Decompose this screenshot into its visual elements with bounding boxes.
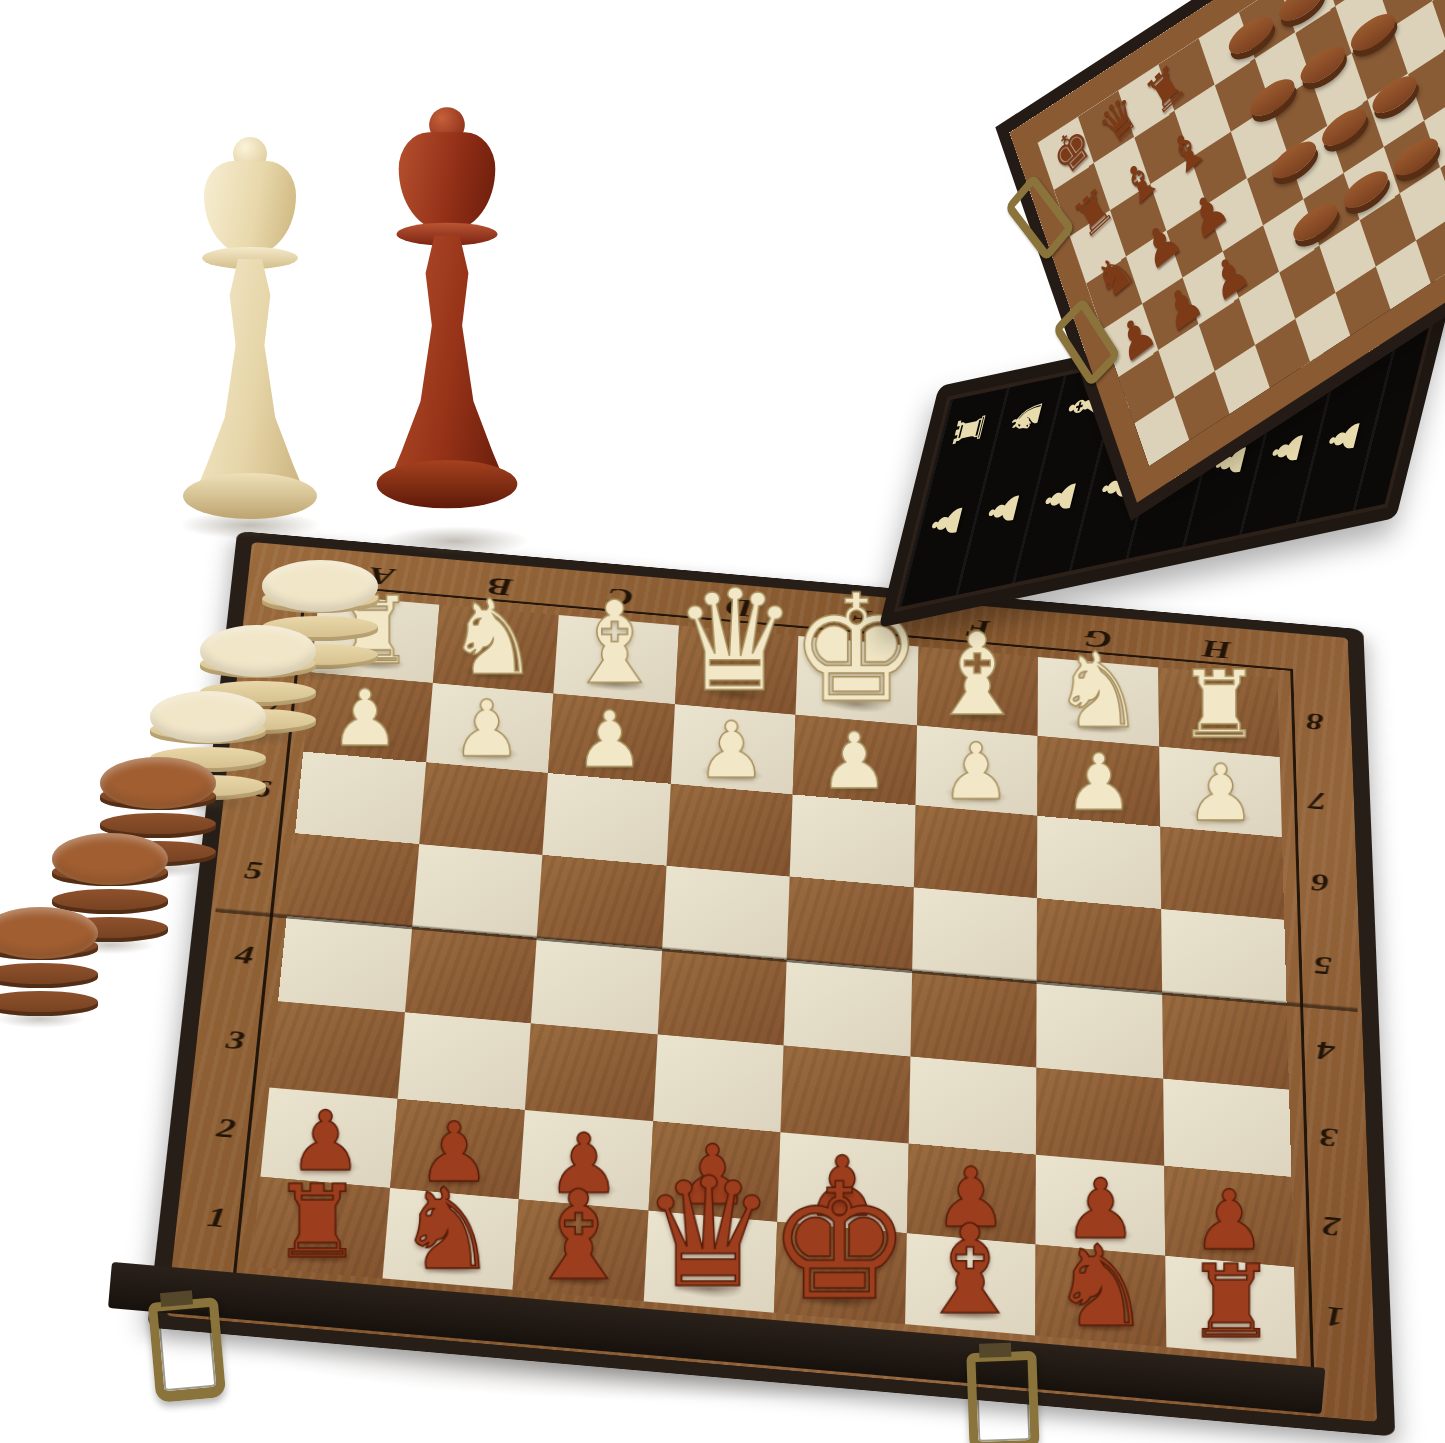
brown-queen-on-lid: ♛: [1092, 85, 1146, 154]
cream-pawn-in-box: ♟: [980, 488, 1026, 533]
white-pawn: ♟: [1064, 747, 1134, 819]
square-c6: [542, 773, 670, 865]
square-g8: ♞: [1038, 657, 1159, 746]
red-rook: ♜: [272, 1177, 363, 1270]
square-c3: [525, 1023, 657, 1121]
square-e6: [790, 794, 915, 887]
square-f4: [910, 971, 1037, 1068]
square-c1: ♝: [513, 1199, 648, 1301]
front-latch-icon: [966, 1351, 1039, 1443]
square-e8: ♚: [796, 636, 919, 725]
brown-checker-disc-on-lid: [1347, 6, 1399, 58]
square-c4: [531, 938, 662, 1034]
red-king: ♚: [768, 1168, 912, 1315]
brown-checker-disc-on-lid: [1318, 101, 1370, 153]
brown-bishop-on-lid: ♝: [1161, 117, 1214, 186]
white-rook: ♜: [330, 589, 414, 675]
queen-pieces-inset: [120, 75, 590, 555]
cream-rook-in-box: ♜: [947, 407, 993, 452]
brown-checker-disc-on-lid: [1290, 196, 1342, 248]
square-g6: [1037, 816, 1161, 909]
brown-checker-disc-on-lid: [1225, 9, 1277, 61]
brown-pawn-on-lid: ♟: [1135, 210, 1187, 279]
red-knight: ♞: [397, 1178, 497, 1281]
red-queen-piece: [368, 107, 526, 522]
square-g5: [1037, 898, 1162, 993]
square-d3: [653, 1034, 784, 1132]
square-e4: [784, 960, 912, 1056]
product-photo: ♜♞♝♛♚♝♞♜♟♟♟♟♟♟♟♟ ♚♛♜♜♝♝♞♟♟♟♟♟ ♜♞♝♛♚♝♞♜♟♟…: [0, 0, 1445, 1443]
white-knight: ♞: [1052, 643, 1145, 738]
brown-pawn-on-lid: ♟: [1205, 243, 1256, 311]
red-rook: ♜: [1186, 1257, 1277, 1350]
square-b3: [397, 1012, 531, 1110]
brown-checker-disc-on-lid: [1268, 134, 1320, 186]
red-queen-shadow: [350, 520, 560, 562]
brown-rook-on-lid: ♜: [1066, 178, 1120, 247]
square-b1: ♞: [382, 1188, 519, 1290]
brown-checker-disc-on-lid: [1369, 69, 1421, 121]
square-a7: ♟: [303, 672, 432, 762]
square-h7: ♟: [1159, 746, 1282, 837]
brown-king-on-lid: ♚: [1045, 116, 1099, 185]
square-g1: ♞: [1035, 1244, 1166, 1347]
square-a1: ♜: [251, 1176, 389, 1278]
box-latch-icon: [1004, 173, 1075, 262]
square-e5: [787, 876, 914, 970]
square-f5: [912, 887, 1037, 982]
square-b5: [412, 844, 543, 938]
white-pawn: ♟: [941, 736, 1011, 808]
white-pawn: ♟: [697, 715, 767, 787]
cream-pawn-in-box: ♟: [1321, 416, 1367, 461]
square-a5: [287, 833, 419, 927]
brown-checker-disc-on-lid: [1297, 39, 1349, 91]
front-latch-icon: [148, 1297, 226, 1403]
white-bishop: ♝: [563, 591, 665, 696]
square-g3: [1036, 1067, 1164, 1166]
white-pawn: ♟: [1186, 757, 1256, 829]
white-pawn: ♟: [819, 725, 889, 797]
square-b4: [404, 927, 536, 1023]
brown-rook-on-lid: ♜: [1139, 55, 1193, 124]
brown-pawn-on-lid: ♟: [1110, 303, 1162, 371]
square-d8: ♛: [674, 626, 798, 715]
square-a6: [295, 752, 426, 844]
square-d4: [657, 949, 786, 1045]
white-bishop: ♝: [926, 623, 1028, 728]
square-g4: [1036, 982, 1162, 1079]
cream-pawn-in-box: ♟: [1264, 428, 1310, 473]
square-c7: ♟: [548, 693, 675, 784]
square-h1: ♜: [1165, 1255, 1297, 1358]
square-h5: [1161, 909, 1287, 1004]
square-e1: ♚: [774, 1221, 906, 1324]
square-f1: ♝: [905, 1233, 1036, 1336]
red-knight: ♞: [1050, 1235, 1150, 1338]
cream-pawn-in-box: ♟: [1037, 476, 1083, 521]
brown-pawn-on-lid: ♟: [1157, 273, 1208, 341]
square-c8: ♝: [553, 615, 678, 704]
brown-checker-disc-on-lid: [1247, 72, 1299, 124]
square-f8: ♝: [917, 647, 1038, 736]
brown-bishop-on-lid: ♝: [1113, 148, 1166, 217]
white-knight: ♞: [447, 590, 540, 685]
square-a8: ♜: [311, 594, 439, 683]
square-h4: [1162, 993, 1289, 1090]
folded-box-inset: ♜♞♝♛♚♝♞♜♟♟♟♟♟♟♟♟ ♚♛♜♜♝♝♞♟♟♟♟♟: [915, 0, 1445, 588]
white-queen: ♛: [672, 577, 798, 706]
red-bishop: ♝: [523, 1180, 633, 1293]
square-h3: [1163, 1078, 1292, 1177]
white-pawn: ♟: [452, 693, 522, 765]
square-d6: [666, 784, 793, 876]
brown-pawn-on-lid: ♟: [1183, 180, 1235, 248]
board-squares: ♜♞♝♛♚♝♞♜♟♟♟♟♟♟♟♟♟♟♟♟♟♟♟♟♜♞♝♛♚♝♞♜: [251, 594, 1296, 1358]
square-h6: [1160, 827, 1285, 920]
brown-knight-on-lid: ♞: [1088, 241, 1141, 310]
square-f3: [908, 1056, 1036, 1155]
white-pawn: ♟: [330, 683, 400, 755]
square-f6: [913, 805, 1037, 898]
square-c5: [537, 855, 666, 949]
cream-pawn-in-box: ♟: [923, 500, 969, 545]
brown-checker-disc-on-lid: [1390, 131, 1442, 183]
white-rook: ♜: [1177, 663, 1261, 749]
red-queen: ♛: [641, 1165, 777, 1304]
square-e3: [780, 1045, 910, 1143]
square-a4: [278, 916, 412, 1012]
square-h8: ♜: [1158, 667, 1280, 756]
cream-queen-piece: [175, 137, 325, 532]
square-d7: ♟: [670, 704, 795, 795]
square-b8: ♞: [432, 605, 558, 694]
cream-knight-in-box: ♞: [1003, 395, 1049, 440]
square-d5: [662, 865, 790, 959]
square-a3: [269, 1001, 404, 1099]
square-e7: ♟: [793, 714, 917, 805]
brown-checker-disc-on-lid: [1275, 0, 1327, 28]
square-f7: ♟: [915, 725, 1038, 816]
white-pawn: ♟: [574, 704, 644, 776]
square-d1: ♛: [643, 1210, 777, 1313]
square-b7: ♟: [426, 683, 554, 773]
square-g7: ♟: [1037, 736, 1159, 827]
square-b6: [419, 762, 548, 854]
red-bishop: ♝: [915, 1214, 1025, 1327]
brown-checker-disc-on-lid: [1340, 164, 1392, 216]
